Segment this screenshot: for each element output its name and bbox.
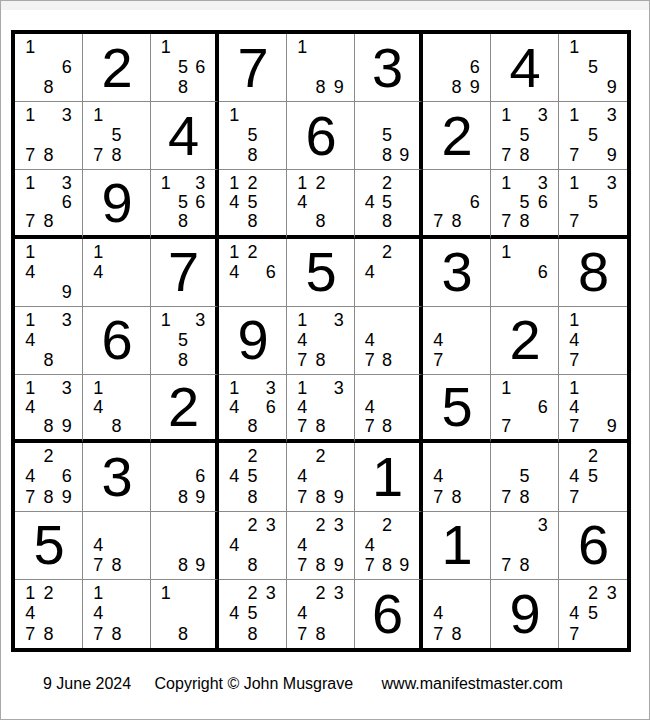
pencil-mark-7: 7 [429,212,447,231]
pencil-slot-empty [447,57,465,77]
cell-r4c2[interactable]: 14 [83,239,151,307]
cell-r1c8[interactable]: 4 [491,34,559,102]
cell-r5c1[interactable]: 1348 [15,307,83,375]
pencil-mark-2: 2 [584,583,603,603]
cell-r2c8[interactable]: 13578 [491,102,559,170]
pencil-mark-8: 8 [107,624,125,644]
pencil-slot-empty [126,378,144,397]
pencil-mark-4: 4 [21,466,39,486]
pencil-slot-empty [39,57,57,77]
pencil-mark-7: 7 [89,555,107,575]
pencil-slot-empty [466,37,484,57]
cell-r7c1[interactable]: 246789 [15,443,83,511]
pencil-slot-empty [192,603,209,623]
pencil-mark-4: 4 [21,397,39,416]
cell-r5c5[interactable]: 13478 [287,307,355,375]
pencil-mark-8: 8 [174,77,191,97]
cell-r4c9[interactable]: 8 [559,239,627,307]
pencil-mark-1: 1 [225,242,243,262]
pencil-mark-6: 6 [534,193,552,212]
pencil-mark-6: 6 [58,466,76,486]
pencil-slot-empty [466,173,484,192]
pencil-mark-8: 8 [39,624,57,644]
cell-r3c9[interactable]: 1357 [559,170,627,238]
footer: 9 June 2024 Copyright © John Musgrave ww… [43,675,563,693]
pencil-mark-3: 3 [534,515,552,535]
pencil-mark-2: 2 [378,242,395,262]
pencil-slot-empty [584,350,603,370]
pencil-slot-empty [192,583,209,603]
pencil-mark-4: 4 [429,603,447,623]
pencil-mark-1: 1 [21,173,39,192]
pencil-mark-4: 4 [225,466,243,486]
pencil-slot-empty [126,515,144,535]
pencil-mark-9: 9 [330,555,348,575]
pencil-mark-9: 9 [330,486,348,506]
pencil-mark-8: 8 [39,77,57,97]
pencil-mark-3: 3 [58,378,76,397]
cell-r8c3[interactable]: 89 [151,512,219,580]
cell-r2c6[interactable]: 589 [355,102,423,170]
cell-r3c1[interactable]: 13678 [15,170,83,238]
cell-r4c1[interactable]: 149 [15,239,83,307]
pencil-slot-empty [447,330,465,350]
pencil-mark-2: 2 [311,446,329,466]
pencil-slot-empty [330,466,348,486]
pencil-mark-8: 8 [311,350,329,370]
cell-r1c9[interactable]: 159 [559,34,627,102]
pencil-slot-empty [565,77,584,97]
pencil-slot-empty [225,624,243,644]
cell-r3c6[interactable]: 2458 [355,170,423,238]
cell-r6c5[interactable]: 13478 [287,375,355,443]
pencil-slot-empty [515,515,533,535]
pencil-slot-empty [225,555,243,575]
cell-r6c8[interactable]: 167 [491,375,559,443]
pencil-slot-empty [534,446,552,466]
pencil-slot-empty [584,416,603,435]
cell-r9c1[interactable]: 12478 [15,580,83,648]
pencil-mark-8: 8 [311,624,329,644]
pencil-mark-5: 5 [243,193,261,212]
pencil-mark-3: 3 [58,105,76,125]
pencil-mark-9: 9 [602,145,621,165]
cell-r2c7[interactable]: 2 [423,102,491,170]
pencil-mark-8: 8 [39,486,57,506]
cell-r5c7[interactable]: 47 [423,307,491,375]
pencil-slot-empty [58,242,76,262]
cell-r9c2[interactable]: 1478 [83,580,151,648]
pencil-slot-empty [602,378,621,397]
cell-r4c7[interactable]: 3 [423,239,491,307]
pencil-slot-empty [225,446,243,466]
pencil-slot-empty [293,515,311,535]
cell-r2c5[interactable]: 6 [287,102,355,170]
pencil-slot-empty [429,37,447,57]
pencil-mark-1: 1 [497,105,515,125]
pencil-slot-empty [58,603,76,623]
pencil-mark-2: 2 [378,515,395,535]
pencil-slot-empty [192,77,209,97]
cell-r7c8[interactable]: 578 [491,443,559,511]
pencil-slot-empty [361,515,378,535]
cell-r1c3[interactable]: 1568 [151,34,219,102]
pencil-slot-empty [243,105,261,125]
pencil-mark-3: 3 [192,173,209,192]
pencil-mark-6: 6 [192,466,209,486]
big-digit: 2 [441,108,471,164]
pencil-mark-4: 4 [293,397,311,416]
pencil-mark-3: 3 [602,583,621,603]
pencil-mark-6: 6 [58,57,76,77]
pencil-mark-4: 4 [293,193,311,212]
pencil-mark-8: 8 [39,416,57,435]
pencil-mark-2: 2 [584,446,603,466]
footer-date: 9 June 2024 [43,675,131,693]
pencil-slot-empty [515,446,533,466]
pencil-mark-4: 4 [429,330,447,350]
cell-r5c2[interactable]: 6 [83,307,151,375]
pencil-mark-4: 4 [225,397,243,416]
pencil-slot-empty [330,535,348,555]
pencil-slot-empty [330,350,348,370]
pencil-slot-empty [39,282,57,302]
pencil-mark-8: 8 [174,212,191,231]
pencil-slot-empty [192,212,209,231]
pencil-mark-4: 4 [89,535,107,555]
pencil-slot-empty [466,310,484,330]
pencil-mark-7: 7 [565,212,584,231]
pencil-mark-2: 2 [243,173,261,192]
pencil-slot-empty [157,624,174,644]
pencil-slot-empty [126,105,144,125]
cell-r3c7[interactable]: 678 [423,170,491,238]
cell-r8c6[interactable]: 24789 [355,512,423,580]
pencil-slot-empty [378,262,395,282]
pencil-mark-8: 8 [378,212,395,231]
pencil-slot-empty [602,193,621,212]
cell-r6c9[interactable]: 1479 [559,375,627,443]
pencil-slot-empty [330,446,348,466]
pencil-slot-empty [225,515,243,535]
pencil-slot-empty [361,212,378,231]
pencil-mark-7: 7 [293,350,311,370]
pencil-mark-8: 8 [174,555,191,575]
cell-r1c6[interactable]: 3 [355,34,423,102]
pencil-mark-5: 5 [584,193,603,212]
pencil-slot-empty [225,145,243,165]
cell-r1c5[interactable]: 189 [287,34,355,102]
cell-r2c2[interactable]: 1578 [83,102,151,170]
pencil-slot-empty [497,535,515,555]
pencil-slot-empty [157,535,174,555]
cell-r2c9[interactable]: 13579 [559,102,627,170]
pencil-slot-empty [378,105,395,125]
pencil-slot-empty [21,446,39,466]
pencil-mark-7: 7 [361,555,378,575]
pencil-slot-empty [378,378,395,397]
pencil-slot-empty [515,378,533,397]
pencil-slot-empty [192,624,209,644]
pencil-slot-empty [330,193,348,212]
pencil-slot-empty [126,583,144,603]
pencil-slot-empty [378,330,395,350]
pencil-slot-empty [534,378,552,397]
cell-r8c2[interactable]: 478 [83,512,151,580]
pencil-slot-empty [584,173,603,192]
pencil-slot-empty [602,486,621,506]
pencil-mark-4: 4 [293,330,311,350]
pencil-slot-empty [174,466,191,486]
big-digit: 5 [441,379,471,435]
pencil-slot-empty [584,330,603,350]
pencil-slot-empty [21,125,39,145]
pencil-mark-3: 3 [58,310,76,330]
cell-r8c5[interactable]: 234789 [287,512,355,580]
pencil-slot-empty [378,397,395,416]
pencil-slot-empty [361,242,378,262]
pencil-slot-empty [534,282,552,302]
pencil-slot-empty [157,212,174,231]
cell-r7c9[interactable]: 2457 [559,443,627,511]
pencil-mark-4: 4 [89,262,107,282]
pencil-mark-4: 4 [225,193,243,212]
cell-r1c1[interactable]: 168 [15,34,83,102]
pencil-mark-5: 5 [243,603,261,623]
cell-r3c4[interactable]: 12458 [219,170,287,238]
cell-r1c4[interactable]: 7 [219,34,287,102]
pencil-mark-9: 9 [58,282,76,302]
cell-r6c4[interactable]: 13468 [219,375,287,443]
pencil-mark-7: 7 [293,416,311,435]
pencil-mark-6: 6 [534,397,552,416]
pencil-slot-empty [174,37,191,57]
pencil-slot-empty [497,193,515,212]
pencil-slot-empty [126,555,144,575]
big-digit: 6 [372,586,402,642]
pencil-slot-empty [262,282,280,302]
pencil-slot-empty [58,145,76,165]
pencil-mark-5: 5 [107,125,125,145]
pencil-slot-empty [311,37,329,57]
cell-r9c7[interactable]: 478 [423,580,491,648]
cell-r9c5[interactable]: 23478 [287,580,355,648]
big-digit: 3 [372,40,402,96]
cell-r9c3[interactable]: 18 [151,580,219,648]
pencil-mark-6: 6 [192,57,209,77]
cell-r4c3[interactable]: 7 [151,239,219,307]
pencil-slot-empty [534,145,552,165]
pencil-slot-empty [126,603,144,623]
pencil-mark-7: 7 [293,486,311,506]
top-shading [1,1,649,10]
cell-r6c7[interactable]: 5 [423,375,491,443]
pencil-slot-empty [515,397,533,416]
pencil-mark-6: 6 [262,397,280,416]
pencil-mark-3: 3 [534,105,552,125]
pencil-slot-empty [243,282,261,302]
pencil-mark-7: 7 [497,212,515,231]
cell-r5c8[interactable]: 2 [491,307,559,375]
pencil-slot-empty [396,350,413,370]
pencil-slot-empty [107,378,125,397]
cell-r4c5[interactable]: 5 [287,239,355,307]
pencil-mark-8: 8 [311,77,329,97]
pencil-slot-empty [565,583,584,603]
pencil-slot-empty [157,193,174,212]
pencil-mark-8: 8 [107,555,125,575]
pencil-slot-empty [447,350,465,370]
cell-r8c4[interactable]: 2348 [219,512,287,580]
big-digit: 2 [509,312,539,368]
pencil-slot-empty [497,262,515,282]
cell-r4c4[interactable]: 1246 [219,239,287,307]
pencil-slot-empty [58,624,76,644]
pencil-slot-empty [311,378,329,397]
cell-r8c9[interactable]: 6 [559,512,627,580]
pencil-slot-empty [565,125,584,145]
pencil-slot-empty [515,535,533,555]
pencil-slot-empty [174,446,191,466]
pencil-mark-7: 7 [497,145,515,165]
cell-r5c9[interactable]: 147 [559,307,627,375]
pencil-mark-9: 9 [58,416,76,435]
pencil-mark-1: 1 [21,242,39,262]
pencil-slot-empty [396,242,413,262]
pencil-slot-empty [602,125,621,145]
pencil-mark-4: 4 [429,466,447,486]
cell-r2c3[interactable]: 4 [151,102,219,170]
pencil-mark-7: 7 [293,555,311,575]
pencil-slot-empty [447,173,465,192]
cell-r8c1[interactable]: 5 [15,512,83,580]
pencil-slot-empty [396,105,413,125]
cell-r9c6[interactable]: 6 [355,580,423,648]
pencil-slot-empty [497,515,515,535]
cell-r9c4[interactable]: 23458 [219,580,287,648]
cell-r9c9[interactable]: 23457 [559,580,627,648]
pencil-mark-2: 2 [243,242,261,262]
pencil-slot-empty [126,535,144,555]
cell-r5c4[interactable]: 9 [219,307,287,375]
cell-r6c1[interactable]: 13489 [15,375,83,443]
pencil-mark-7: 7 [21,624,39,644]
pencil-mark-9: 9 [58,486,76,506]
pencil-mark-1: 1 [157,583,174,603]
pencil-mark-3: 3 [58,173,76,192]
pencil-slot-empty [107,603,125,623]
pencil-slot-empty [39,125,57,145]
pencil-slot-empty [466,624,484,644]
cell-r7c7[interactable]: 478 [423,443,491,511]
pencil-mark-7: 7 [21,486,39,506]
pencil-mark-1: 1 [225,105,243,125]
cell-r7c2[interactable]: 3 [83,443,151,511]
pencil-mark-6: 6 [58,193,76,212]
cell-r3c3[interactable]: 13568 [151,170,219,238]
pencil-slot-empty [497,466,515,486]
pencil-slot-empty [311,397,329,416]
pencil-slot-empty [466,466,484,486]
pencil-mark-9: 9 [396,145,413,165]
pencil-slot-empty [396,416,413,435]
pencil-slot-empty [192,446,209,466]
cell-r7c4[interactable]: 2458 [219,443,287,511]
pencil-slot-empty [534,416,552,435]
pencil-mark-4: 4 [565,330,584,350]
pencil-slot-empty [584,486,603,506]
pencil-mark-7: 7 [429,486,447,506]
cell-r6c6[interactable]: 478 [355,375,423,443]
pencil-mark-2: 2 [39,583,57,603]
pencil-mark-2: 2 [311,173,329,192]
cell-r6c3[interactable]: 2 [151,375,219,443]
cell-r6c2[interactable]: 148 [83,375,151,443]
cell-r4c6[interactable]: 24 [355,239,423,307]
big-digit: 3 [441,244,471,300]
cell-r7c5[interactable]: 24789 [287,443,355,511]
pencil-mark-3: 3 [262,378,280,397]
cell-r7c3[interactable]: 689 [151,443,219,511]
cell-r3c2[interactable]: 9 [83,170,151,238]
cell-r5c6[interactable]: 478 [355,307,423,375]
pencil-slot-empty [429,173,447,192]
cell-r1c7[interactable]: 689 [423,34,491,102]
cell-r1c2[interactable]: 2 [83,34,151,102]
pencil-mark-6: 6 [534,262,552,282]
cell-r7c6[interactable]: 1 [355,443,423,511]
cell-r2c1[interactable]: 1378 [15,102,83,170]
pencil-mark-7: 7 [497,555,515,575]
pencil-mark-1: 1 [157,310,174,330]
cell-r3c8[interactable]: 135678 [491,170,559,238]
pencil-slot-empty [534,242,552,262]
pencil-slot-empty [89,282,107,302]
pencil-slot-empty [396,193,413,212]
cell-r5c3[interactable]: 1358 [151,307,219,375]
big-digit: 5 [305,244,335,300]
pencil-slot-empty [262,603,280,623]
cell-r2c4[interactable]: 158 [219,102,287,170]
pencil-slot-empty [192,330,209,350]
cell-r4c8[interactable]: 16 [491,239,559,307]
pencil-mark-8: 8 [447,77,465,97]
pencil-slot-empty [534,555,552,575]
cell-r8c8[interactable]: 378 [491,512,559,580]
big-digit: 1 [441,517,471,573]
pencil-slot-empty [39,242,57,262]
pencil-slot-empty [602,330,621,350]
pencil-mark-3: 3 [330,378,348,397]
pencil-mark-5: 5 [174,57,191,77]
pencil-slot-empty [225,486,243,506]
pencil-slot-empty [262,446,280,466]
pencil-slot-empty [157,77,174,97]
pencil-slot-empty [584,105,603,125]
pencil-slot-empty [497,125,515,145]
pencil-mark-3: 3 [602,173,621,192]
pencil-slot-empty [447,37,465,57]
pencil-mark-4: 4 [565,397,584,416]
cell-r9c8[interactable]: 9 [491,580,559,648]
pencil-slot-empty [21,416,39,435]
pencil-slot-empty [39,397,57,416]
cell-r8c7[interactable]: 1 [423,512,491,580]
pencil-slot-empty [39,105,57,125]
pencil-slot-empty [192,350,209,370]
pencil-slot-empty [602,350,621,370]
cell-r3c5[interactable]: 1248 [287,170,355,238]
